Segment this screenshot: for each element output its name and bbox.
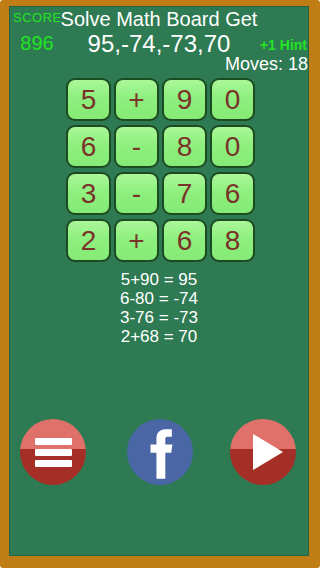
board-cell[interactable]: + [114, 78, 159, 121]
play-button[interactable] [230, 419, 296, 485]
play-triangle-icon [253, 434, 283, 470]
board-cell[interactable]: 3 [66, 172, 111, 215]
board-cell[interactable]: - [114, 125, 159, 168]
board-cell[interactable]: 9 [162, 78, 207, 121]
board-cell[interactable]: 6 [66, 125, 111, 168]
page-title: Solve Math Board Get [9, 8, 309, 31]
equation-line: 3-76 = -73 [9, 308, 309, 327]
equation-line: 5+90 = 95 [9, 270, 309, 289]
board-cell[interactable]: - [114, 172, 159, 215]
facebook-button[interactable] [127, 419, 193, 485]
board-cell[interactable]: 2 [66, 219, 111, 262]
solution-equations: 5+90 = 95 6-80 = -74 3-76 = -73 2+68 = 7… [9, 270, 309, 346]
app-screen: SCORE 896 Solve Math Board Get 95,-74,-7… [0, 0, 320, 568]
board-cell[interactable]: 0 [210, 78, 255, 121]
board-cell[interactable]: + [114, 219, 159, 262]
hamburger-icon [35, 438, 72, 467]
board-cell[interactable]: 8 [210, 219, 255, 262]
equation-line: 6-80 = -74 [9, 289, 309, 308]
board-cell[interactable]: 7 [162, 172, 207, 215]
menu-button[interactable] [20, 419, 86, 485]
moves-counter: Moves: 18 [225, 54, 308, 75]
equation-line: 2+68 = 70 [9, 327, 309, 346]
board-cell[interactable]: 0 [210, 125, 255, 168]
facebook-f-icon [147, 429, 173, 479]
hint-button[interactable]: +1 Hint [260, 37, 307, 53]
board-cell[interactable]: 6 [162, 219, 207, 262]
board-cell[interactable]: 6 [210, 172, 255, 215]
math-board: 5 + 9 0 6 - 8 0 3 - 7 6 2 + 6 8 [66, 78, 255, 262]
board-cell[interactable]: 8 [162, 125, 207, 168]
board-cell[interactable]: 5 [66, 78, 111, 121]
